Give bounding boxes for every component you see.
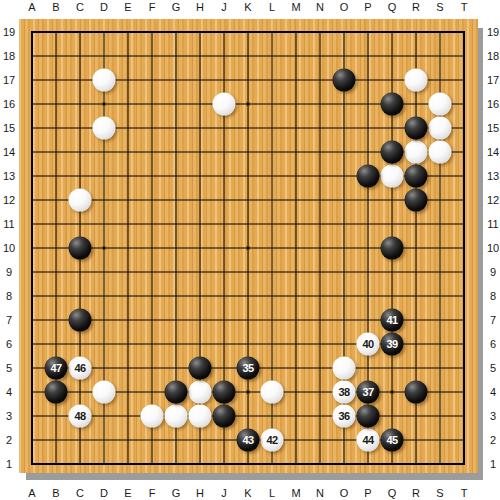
- row-label-left-8: 8: [6, 291, 12, 302]
- col-label-bottom-C: C: [76, 488, 84, 499]
- go-board[interactable]: 4648383640444247353739414345: [19, 19, 478, 473]
- col-label-top-Q: Q: [388, 2, 397, 13]
- stone-black-G4: [165, 381, 188, 404]
- stone-white-D4: [93, 381, 116, 404]
- star-point-K10: [247, 247, 250, 250]
- row-label-left-17: 17: [3, 75, 15, 86]
- stone-black-R15: [405, 117, 428, 140]
- stone-black-C7: [69, 309, 92, 332]
- stone-black-J4: [213, 381, 236, 404]
- move-number-36: 36: [338, 411, 349, 422]
- stone-white-J16: [213, 93, 236, 116]
- col-label-top-D: D: [100, 2, 108, 13]
- stone-black-O17: [333, 69, 356, 92]
- row-label-right-8: 8: [490, 291, 496, 302]
- col-label-top-C: C: [76, 2, 84, 13]
- row-label-left-11: 11: [3, 219, 14, 230]
- row-label-right-15: 15: [487, 123, 499, 134]
- row-label-left-13: 13: [3, 171, 15, 182]
- col-label-top-E: E: [124, 2, 131, 13]
- col-label-top-K: K: [244, 2, 251, 13]
- stone-black-K2: 43: [237, 429, 260, 452]
- col-label-top-R: R: [412, 2, 420, 13]
- stone-white-P6: 40: [357, 333, 380, 356]
- col-label-bottom-B: B: [52, 488, 59, 499]
- move-number-47: 47: [50, 363, 61, 374]
- move-number-45: 45: [386, 435, 397, 446]
- stone-black-J3: [213, 405, 236, 428]
- stone-black-P4: 37: [357, 381, 380, 404]
- stone-black-C10: [69, 237, 92, 260]
- row-label-right-13: 13: [487, 171, 499, 182]
- stone-black-Q10: [381, 237, 404, 260]
- stone-white-L4: [261, 381, 284, 404]
- stone-black-Q6: 39: [381, 333, 404, 356]
- move-number-38: 38: [338, 387, 349, 398]
- row-label-left-12: 12: [3, 195, 15, 206]
- row-label-left-14: 14: [3, 147, 15, 158]
- col-label-bottom-E: E: [124, 488, 131, 499]
- stone-white-S16: [429, 93, 452, 116]
- row-label-right-6: 6: [490, 339, 496, 350]
- row-label-left-6: 6: [6, 339, 12, 350]
- row-label-right-12: 12: [487, 195, 499, 206]
- row-label-left-7: 7: [6, 315, 12, 326]
- move-number-43: 43: [242, 435, 253, 446]
- col-label-bottom-G: G: [172, 488, 181, 499]
- stone-white-F3: [141, 405, 164, 428]
- col-label-top-T: T: [461, 2, 468, 13]
- row-label-left-19: 19: [3, 27, 15, 38]
- row-label-right-17: 17: [487, 75, 499, 86]
- move-number-35: 35: [242, 363, 253, 374]
- col-label-bottom-F: F: [149, 488, 156, 499]
- col-label-top-F: F: [149, 2, 156, 13]
- row-label-left-5: 5: [6, 363, 12, 374]
- move-number-41: 41: [386, 315, 397, 326]
- col-label-top-B: B: [52, 2, 59, 13]
- row-label-right-16: 16: [487, 99, 499, 110]
- move-number-42: 42: [266, 435, 277, 446]
- row-label-left-16: 16: [3, 99, 15, 110]
- move-number-39: 39: [386, 339, 397, 350]
- star-point-Q4: [391, 391, 394, 394]
- row-label-right-11: 11: [487, 219, 498, 230]
- col-label-top-S: S: [436, 2, 443, 13]
- col-label-bottom-O: O: [340, 488, 349, 499]
- row-label-right-10: 10: [487, 243, 499, 254]
- col-label-top-A: A: [28, 2, 35, 13]
- stone-black-Q14: [381, 141, 404, 164]
- stone-black-Q2: 45: [381, 429, 404, 452]
- col-label-top-P: P: [364, 2, 371, 13]
- stone-white-P2: 44: [357, 429, 380, 452]
- col-label-top-N: N: [316, 2, 324, 13]
- stone-white-D17: [93, 69, 116, 92]
- stone-white-O5: [333, 357, 356, 380]
- stone-white-R14: [405, 141, 428, 164]
- row-label-right-14: 14: [487, 147, 499, 158]
- col-label-bottom-A: A: [28, 488, 35, 499]
- stone-black-P3: [357, 405, 380, 428]
- col-label-bottom-D: D: [100, 488, 108, 499]
- row-label-right-19: 19: [487, 27, 499, 38]
- star-point-D16: [103, 103, 106, 106]
- go-diagram: 4648383640444247353739414345 AABBCCDDEEF…: [0, 0, 500, 500]
- stone-black-H5: [189, 357, 212, 380]
- col-label-bottom-H: H: [196, 488, 204, 499]
- col-label-bottom-R: R: [412, 488, 420, 499]
- star-point-K16: [247, 103, 250, 106]
- col-label-bottom-T: T: [461, 488, 468, 499]
- col-label-top-G: G: [172, 2, 181, 13]
- star-point-K4: [247, 391, 250, 394]
- row-label-right-5: 5: [490, 363, 496, 374]
- move-number-46: 46: [74, 363, 85, 374]
- star-point-D10: [103, 247, 106, 250]
- stone-white-S14: [429, 141, 452, 164]
- stone-white-C5: 46: [69, 357, 92, 380]
- stone-white-H3: [189, 405, 212, 428]
- move-number-37: 37: [362, 387, 373, 398]
- row-label-right-7: 7: [490, 315, 496, 326]
- row-label-left-10: 10: [3, 243, 15, 254]
- stone-white-D15: [93, 117, 116, 140]
- col-label-top-M: M: [291, 2, 300, 13]
- col-label-top-H: H: [196, 2, 204, 13]
- row-label-left-2: 2: [6, 435, 12, 446]
- row-label-left-3: 3: [6, 411, 12, 422]
- stone-black-R12: [405, 189, 428, 212]
- stone-black-R13: [405, 165, 428, 188]
- stone-black-K5: 35: [237, 357, 260, 380]
- row-label-right-2: 2: [490, 435, 496, 446]
- col-label-top-O: O: [340, 2, 349, 13]
- row-label-right-4: 4: [490, 387, 496, 398]
- stone-white-R17: [405, 69, 428, 92]
- col-label-bottom-L: L: [269, 488, 275, 499]
- col-label-top-J: J: [221, 2, 227, 13]
- col-label-top-L: L: [269, 2, 275, 13]
- row-label-left-18: 18: [3, 51, 15, 62]
- col-label-bottom-K: K: [244, 488, 251, 499]
- stone-white-G3: [165, 405, 188, 428]
- row-label-right-3: 3: [490, 411, 496, 422]
- row-label-left-15: 15: [3, 123, 15, 134]
- stone-white-S15: [429, 117, 452, 140]
- col-label-bottom-M: M: [291, 488, 300, 499]
- col-label-bottom-J: J: [221, 488, 227, 499]
- stone-black-R4: [405, 381, 428, 404]
- stone-white-L2: 42: [261, 429, 284, 452]
- stone-white-O3: 36: [333, 405, 356, 428]
- stone-white-Q13: [381, 165, 404, 188]
- stone-white-C3: 48: [69, 405, 92, 428]
- col-label-bottom-P: P: [364, 488, 371, 499]
- col-label-bottom-N: N: [316, 488, 324, 499]
- col-label-bottom-S: S: [436, 488, 443, 499]
- move-number-48: 48: [74, 411, 85, 422]
- stone-black-Q16: [381, 93, 404, 116]
- stone-black-B4: [45, 381, 68, 404]
- row-label-right-1: 1: [490, 459, 496, 470]
- row-label-left-4: 4: [6, 387, 12, 398]
- stone-black-P13: [357, 165, 380, 188]
- stone-white-C12: [69, 189, 92, 212]
- row-label-right-18: 18: [487, 51, 499, 62]
- stone-white-H4: [189, 381, 212, 404]
- row-label-right-9: 9: [490, 267, 496, 278]
- move-number-40: 40: [362, 339, 373, 350]
- col-label-bottom-Q: Q: [388, 488, 397, 499]
- stone-black-Q7: 41: [381, 309, 404, 332]
- move-number-44: 44: [362, 435, 373, 446]
- stone-white-O4: 38: [333, 381, 356, 404]
- row-label-left-9: 9: [6, 267, 12, 278]
- stone-black-B5: 47: [45, 357, 68, 380]
- row-label-left-1: 1: [6, 459, 12, 470]
